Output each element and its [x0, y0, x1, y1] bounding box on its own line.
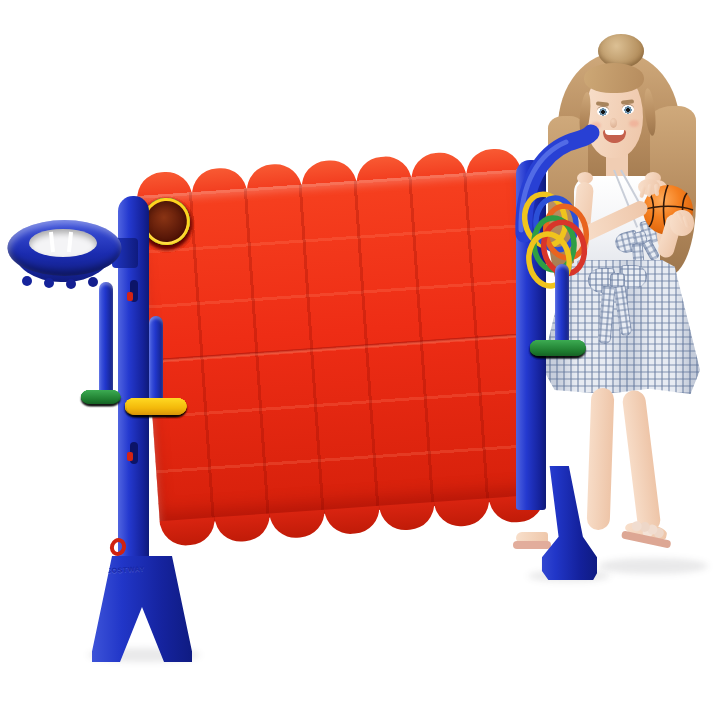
red-latch [127, 452, 133, 461]
green-toss-ring [530, 340, 584, 356]
cheek [629, 120, 639, 127]
hoop-opening [29, 229, 97, 257]
scallop-bump [379, 502, 436, 532]
ring-toss-pole-left-rear [99, 282, 113, 398]
yellow-toss-ring [127, 398, 187, 415]
connect-four-board [137, 169, 544, 525]
red-latch [127, 292, 133, 301]
scallop-bump [434, 498, 491, 528]
scallop-bump [324, 506, 381, 536]
green-toss-ring [81, 390, 119, 404]
brand-logo: COSTWAY [106, 565, 145, 574]
eye-right [622, 105, 634, 114]
hoop-scallop-bumps [22, 276, 32, 286]
scallop-bump [160, 517, 217, 547]
scallop-bump [269, 510, 326, 540]
product-photo-scene: COSTWAY [0, 0, 720, 720]
hair-fringe [584, 63, 644, 93]
sandal-sole-behind [513, 541, 551, 549]
scallop-bump [215, 514, 272, 544]
leg-right [587, 388, 615, 531]
leg-left [621, 389, 661, 533]
fluffy-sandal [622, 519, 676, 553]
eye-left [597, 107, 609, 116]
basketball-hoop [6, 220, 146, 290]
bow-tail [614, 285, 633, 336]
